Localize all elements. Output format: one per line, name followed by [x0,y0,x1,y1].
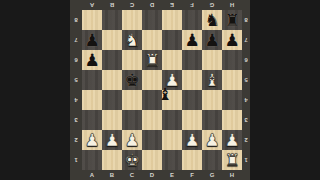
square-c7[interactable]: ♞ [122,30,142,50]
coord-label-8: 8 [242,10,250,30]
square-e7[interactable] [162,30,182,50]
piece-black-king[interactable]: ♚ [122,70,142,90]
square-c5[interactable]: ♚ [122,70,142,90]
piece-black-pawn[interactable]: ♟ [82,30,102,50]
square-c1[interactable]: ♚ [122,150,142,170]
coord-label-B: B [102,0,122,10]
square-a3[interactable] [82,110,102,130]
square-h8[interactable]: ♜ [222,10,242,30]
coord-label-5: 5 [70,70,82,90]
square-f7[interactable]: ♟ [182,30,202,50]
coord-label-3: 3 [70,110,82,130]
coord-label-E: E [162,170,182,180]
piece-white-pawn[interactable]: ♟ [182,130,202,150]
square-c8[interactable] [122,10,142,30]
piece-white-knight[interactable]: ♞ [122,30,142,50]
square-e4[interactable]: ♝ [162,90,182,110]
square-g3[interactable] [202,110,222,130]
piece-black-knight[interactable]: ♞ [202,10,222,30]
square-g6[interactable] [202,50,222,70]
square-a2[interactable]: ♟ [82,130,102,150]
square-e8[interactable] [162,10,182,30]
coord-label-6: 6 [242,50,250,70]
square-g5[interactable]: ♝ [202,70,222,90]
square-c3[interactable] [122,110,142,130]
square-g7[interactable]: ♟ [202,30,222,50]
piece-black-pawn[interactable]: ♟ [202,30,222,50]
square-e2[interactable] [162,130,182,150]
coord-label-1: 1 [70,150,82,170]
square-d8[interactable] [142,10,162,30]
square-b2[interactable]: ♟ [102,130,122,150]
square-f6[interactable] [182,50,202,70]
square-h7[interactable]: ♟ [222,30,242,50]
square-b5[interactable] [102,70,122,90]
coord-label-C: C [122,0,142,10]
coord-label-D: D [142,170,162,180]
square-c2[interactable]: ♟ [122,130,142,150]
coord-label-E: E [162,0,182,10]
board-squares: ♞♜♟♞♟♟♟♟♜♚♟♝♝♟♟♟♟♟♟♚♜ [82,10,242,170]
square-a6[interactable]: ♟ [82,50,102,70]
square-h5[interactable] [222,70,242,90]
coord-label-8: 8 [70,10,82,30]
square-d3[interactable] [142,110,162,130]
square-a1[interactable] [82,150,102,170]
square-b6[interactable] [102,50,122,70]
coord-label-1: 1 [242,150,250,170]
piece-white-bishop[interactable]: ♝ [202,70,222,90]
square-e3[interactable] [162,110,182,130]
coord-label-4: 4 [70,90,82,110]
square-c4[interactable] [122,90,142,110]
square-f1[interactable] [182,150,202,170]
piece-white-rook[interactable]: ♜ [222,150,242,170]
coord-label-D: D [142,0,162,10]
piece-black-pawn[interactable]: ♟ [222,30,242,50]
square-f8[interactable] [182,10,202,30]
piece-black-bishop[interactable]: ♝ [155,84,175,104]
piece-white-king[interactable]: ♚ [122,150,142,170]
coord-label-A: A [82,0,102,10]
square-h2[interactable]: ♟ [222,130,242,150]
piece-white-pawn[interactable]: ♟ [82,130,102,150]
piece-white-pawn[interactable]: ♟ [222,130,242,150]
coord-label-4: 4 [242,90,250,110]
piece-black-pawn[interactable]: ♟ [182,30,202,50]
square-h6[interactable] [222,50,242,70]
square-b7[interactable] [102,30,122,50]
square-a7[interactable]: ♟ [82,30,102,50]
coord-label-H: H [222,170,242,180]
square-d2[interactable] [142,130,162,150]
coord-label-F: F [182,0,202,10]
square-a8[interactable] [82,10,102,30]
square-c6[interactable] [122,50,142,70]
square-b1[interactable] [102,150,122,170]
square-h3[interactable] [222,110,242,130]
piece-white-pawn[interactable]: ♟ [202,130,222,150]
square-g1[interactable] [202,150,222,170]
square-d6[interactable]: ♜ [142,50,162,70]
square-g8[interactable]: ♞ [202,10,222,30]
file-labels-bottom: ABCDEFGH [82,170,242,180]
coord-label-H: H [222,0,242,10]
coord-label-3: 3 [242,110,250,130]
coord-label-2: 2 [242,130,250,150]
coord-label-7: 7 [242,30,250,50]
square-a4[interactable] [82,90,102,110]
square-d1[interactable] [142,150,162,170]
square-g2[interactable]: ♟ [202,130,222,150]
rank-labels-right: 87654321 [242,10,250,170]
square-e6[interactable] [162,50,182,70]
square-b3[interactable] [102,110,122,130]
coord-label-B: B [102,170,122,180]
square-b8[interactable] [102,10,122,30]
coord-label-F: F [182,170,202,180]
coord-label-G: G [202,0,222,10]
square-e1[interactable] [162,150,182,170]
piece-white-pawn[interactable]: ♟ [122,130,142,150]
coord-label-5: 5 [242,70,250,90]
piece-black-pawn[interactable]: ♟ [82,50,102,70]
square-b4[interactable] [102,90,122,110]
coord-label-7: 7 [70,30,82,50]
square-f5[interactable] [182,70,202,90]
square-h4[interactable] [222,90,242,110]
piece-white-rook[interactable]: ♜ [142,50,162,70]
coord-label-G: G [202,170,222,180]
square-f4[interactable] [182,90,202,110]
square-f2[interactable]: ♟ [182,130,202,150]
square-h1[interactable]: ♜ [222,150,242,170]
square-d7[interactable] [142,30,162,50]
file-labels-top: ABCDEFGH [82,0,242,10]
coord-label-6: 6 [70,50,82,70]
coord-label-2: 2 [70,130,82,150]
coord-label-C: C [122,170,142,180]
square-a5[interactable] [82,70,102,90]
piece-white-pawn[interactable]: ♟ [102,130,122,150]
square-g4[interactable] [202,90,222,110]
piece-black-rook[interactable]: ♜ [222,10,242,30]
square-f3[interactable] [182,110,202,130]
chess-board: ABCDEFGH 87654321 87654321 ABCDEFGH ♞♜♟♞… [70,0,250,180]
coord-label-A: A [82,170,102,180]
rank-labels-left: 87654321 [70,10,82,170]
